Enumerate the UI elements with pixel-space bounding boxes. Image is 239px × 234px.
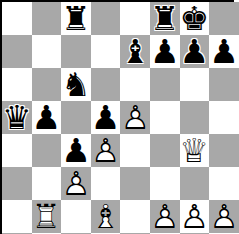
square-d7[interactable] — [91, 35, 121, 68]
black-pawn-g7[interactable]: ♟ — [180, 35, 210, 68]
square-g8[interactable]: ♚ — [180, 2, 210, 35]
square-e6[interactable] — [120, 68, 150, 101]
piece-glyph-outline: ♘ — [120, 230, 150, 234]
square-e1[interactable]: ♞♘ — [120, 233, 150, 234]
square-a1[interactable] — [2, 233, 32, 234]
square-e2[interactable] — [120, 200, 150, 233]
white-queen-g4[interactable]: ♛♕ — [180, 134, 210, 167]
square-a3[interactable] — [2, 167, 32, 200]
black-pawn-f7[interactable]: ♟ — [150, 35, 180, 68]
black-pawn-h7[interactable]: ♟ — [209, 35, 239, 68]
piece-glyph-outline: ♕ — [180, 131, 210, 170]
square-e3[interactable] — [120, 167, 150, 200]
square-f2[interactable]: ♟♙ — [150, 200, 180, 233]
square-g3[interactable] — [180, 167, 210, 200]
square-h3[interactable] — [209, 167, 239, 200]
square-b2[interactable]: ♜♖ — [32, 200, 62, 233]
square-h4[interactable] — [209, 134, 239, 167]
white-pawn-f2[interactable]: ♟♙ — [150, 200, 180, 233]
square-h6[interactable] — [209, 68, 239, 101]
piece-glyph-outline: ♖ — [150, 230, 180, 234]
square-d4[interactable]: ♟♙ — [91, 134, 121, 167]
piece-glyph-outline: ♔ — [180, 230, 210, 234]
square-c6[interactable]: ♞ — [61, 68, 91, 101]
black-pawn-c4[interactable]: ♟ — [61, 134, 91, 167]
square-h1[interactable] — [209, 233, 239, 234]
white-pawn-h2[interactable]: ♟♙ — [209, 200, 239, 233]
square-c7[interactable] — [61, 35, 91, 68]
black-rook-f8[interactable]: ♜ — [150, 2, 180, 35]
square-h7[interactable]: ♟ — [209, 35, 239, 68]
square-f6[interactable] — [150, 68, 180, 101]
square-c4[interactable]: ♟ — [61, 134, 91, 167]
white-king-g1[interactable]: ♚♔ — [180, 233, 210, 234]
square-f4[interactable] — [150, 134, 180, 167]
square-f5[interactable] — [150, 101, 180, 134]
square-c1[interactable] — [61, 233, 91, 234]
square-g1[interactable]: ♚♔ — [180, 233, 210, 234]
piece-glyph-outline: ♖ — [32, 197, 62, 234]
square-g2[interactable]: ♟♙ — [180, 200, 210, 233]
square-d1[interactable] — [91, 233, 121, 234]
black-rook-c8[interactable]: ♜ — [61, 2, 91, 35]
piece-glyph-outline: ♙ — [209, 197, 239, 234]
square-d8[interactable] — [91, 2, 121, 35]
square-d5[interactable]: ♟ — [91, 101, 121, 134]
piece-glyph-outline: ♙ — [150, 197, 180, 234]
square-b5[interactable]: ♟ — [32, 101, 62, 134]
piece-glyph-outline: ♙ — [120, 98, 150, 137]
square-f1[interactable]: ♜♖ — [150, 233, 180, 234]
piece-glyph-outline: ♙ — [91, 131, 121, 170]
square-d3[interactable] — [91, 167, 121, 200]
chess-board: ♜♜♚♝♟♟♟♞♛♟♟♟♙♟♟♙♛♕♟♙♜♖♝♗♟♙♟♙♟♙♞♘♜♖♚♔ — [2, 2, 232, 232]
square-g4[interactable]: ♛♕ — [180, 134, 210, 167]
white-rook-b2[interactable]: ♜♖ — [32, 200, 62, 233]
square-c8[interactable]: ♜ — [61, 2, 91, 35]
square-h2[interactable]: ♟♙ — [209, 200, 239, 233]
black-king-g8[interactable]: ♚ — [180, 2, 210, 35]
square-a6[interactable] — [2, 68, 32, 101]
square-a8[interactable] — [2, 2, 32, 35]
white-knight-e1[interactable]: ♞♘ — [120, 233, 150, 234]
square-h8[interactable] — [209, 2, 239, 35]
white-rook-f1[interactable]: ♜♖ — [150, 233, 180, 234]
square-f8[interactable]: ♜ — [150, 2, 180, 35]
square-g7[interactable]: ♟ — [180, 35, 210, 68]
chess-board-frame: ♜♜♚♝♟♟♟♞♛♟♟♟♙♟♟♙♛♕♟♙♜♖♝♗♟♙♟♙♟♙♞♘♜♖♚♔ — [0, 0, 234, 234]
square-f3[interactable] — [150, 167, 180, 200]
white-bishop-d2[interactable]: ♝♗ — [91, 200, 121, 233]
white-pawn-d4[interactable]: ♟♙ — [91, 134, 121, 167]
square-b4[interactable] — [32, 134, 62, 167]
piece-glyph-outline: ♙ — [180, 197, 210, 234]
square-g5[interactable] — [180, 101, 210, 134]
square-e8[interactable] — [120, 2, 150, 35]
white-pawn-c3[interactable]: ♟♙ — [61, 167, 91, 200]
square-d6[interactable] — [91, 68, 121, 101]
square-e5[interactable]: ♟♙ — [120, 101, 150, 134]
square-b6[interactable] — [32, 68, 62, 101]
square-c2[interactable] — [61, 200, 91, 233]
square-f7[interactable]: ♟ — [150, 35, 180, 68]
piece-glyph-outline: ♗ — [91, 197, 121, 234]
square-e4[interactable] — [120, 134, 150, 167]
square-a5[interactable]: ♛ — [2, 101, 32, 134]
black-pawn-b5[interactable]: ♟ — [32, 101, 62, 134]
square-a2[interactable] — [2, 200, 32, 233]
square-b1[interactable] — [32, 233, 62, 234]
black-pawn-d5[interactable]: ♟ — [91, 101, 121, 134]
square-h5[interactable] — [209, 101, 239, 134]
piece-glyph-outline: ♙ — [61, 164, 91, 203]
square-b7[interactable] — [32, 35, 62, 68]
square-a7[interactable] — [2, 35, 32, 68]
square-g6[interactable] — [180, 68, 210, 101]
white-pawn-g2[interactable]: ♟♙ — [180, 200, 210, 233]
black-knight-c6[interactable]: ♞ — [61, 68, 91, 101]
black-bishop-e7[interactable]: ♝ — [120, 35, 150, 68]
square-a4[interactable] — [2, 134, 32, 167]
square-b8[interactable] — [32, 2, 62, 35]
square-d2[interactable]: ♝♗ — [91, 200, 121, 233]
square-b3[interactable] — [32, 167, 62, 200]
square-c3[interactable]: ♟♙ — [61, 167, 91, 200]
white-pawn-e5[interactable]: ♟♙ — [120, 101, 150, 134]
black-queen-a5[interactable]: ♛ — [2, 101, 32, 134]
square-e7[interactable]: ♝ — [120, 35, 150, 68]
square-c5[interactable] — [61, 101, 91, 134]
